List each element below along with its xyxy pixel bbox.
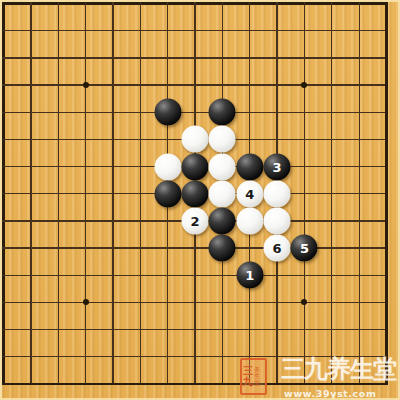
white-stone: 6 — [264, 235, 291, 262]
board-grid-line-horizontal — [2, 275, 388, 276]
board-grid-line-horizontal — [2, 302, 388, 303]
move-number-label: 4 — [245, 187, 254, 200]
board-grid-line-vertical — [385, 2, 388, 385]
white-stone — [154, 153, 181, 180]
star-point — [83, 82, 89, 88]
black-stone — [209, 235, 236, 262]
black-stone: 5 — [291, 235, 318, 262]
star-point — [301, 299, 307, 305]
watermark-seal: 三九 养生堂 — [240, 358, 267, 395]
black-stone — [154, 99, 181, 126]
white-stone — [209, 180, 236, 207]
seal-text-primary: 三九 — [243, 366, 254, 387]
seal-text-secondary: 养生堂 — [254, 367, 264, 387]
white-stone — [209, 126, 236, 153]
black-stone — [182, 180, 209, 207]
white-stone — [209, 153, 236, 180]
white-stone — [182, 126, 209, 153]
black-stone: 3 — [264, 153, 291, 180]
seal-primary-column: 三九 — [243, 361, 254, 392]
black-stone — [209, 207, 236, 234]
board-grid-line-vertical — [304, 2, 305, 385]
move-number-label: 6 — [273, 242, 282, 255]
watermark-url: www.39yst.com — [284, 388, 376, 399]
go-diagram: 342651 三九 养生堂 三九养生堂 www.39yst.com — [0, 0, 400, 400]
move-number-label: 3 — [273, 160, 282, 173]
white-stone — [264, 207, 291, 234]
black-stone: 1 — [236, 262, 263, 289]
move-number-label: 5 — [300, 242, 309, 255]
white-stone — [236, 207, 263, 234]
move-number-label: 1 — [245, 269, 254, 282]
black-stone — [236, 153, 263, 180]
black-stone — [209, 99, 236, 126]
white-stone: 4 — [236, 180, 263, 207]
watermark-brand-text: 三九养生堂 — [281, 353, 400, 385]
board-grid-line-vertical — [359, 2, 360, 385]
board-grid-line-horizontal — [2, 329, 388, 330]
white-stone: 2 — [182, 207, 209, 234]
move-number-label: 2 — [190, 214, 199, 227]
black-stone — [154, 180, 181, 207]
board-grid-line-horizontal — [2, 247, 388, 248]
seal-secondary-column: 养生堂 — [254, 361, 264, 392]
board-grid-line-vertical — [331, 2, 332, 385]
black-stone — [182, 153, 209, 180]
star-point — [83, 299, 89, 305]
star-point — [301, 82, 307, 88]
white-stone — [264, 180, 291, 207]
